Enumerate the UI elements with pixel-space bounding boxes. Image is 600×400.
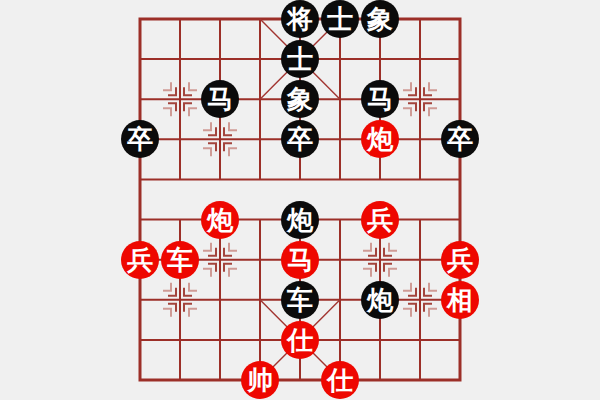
piece-black-cannon[interactable]: 炮 (361, 281, 399, 319)
piece-black-elephant[interactable]: 象 (281, 80, 319, 118)
piece-black-soldier[interactable]: 卒 (441, 120, 479, 158)
pieces-layer: 将士象士马象马卒卒炮卒炮炮兵兵车马兵车炮相仕帅仕 (0, 0, 600, 400)
piece-red-cannon[interactable]: 炮 (361, 120, 399, 158)
piece-black-chariot[interactable]: 车 (281, 281, 319, 319)
piece-black-general[interactable]: 将 (281, 0, 319, 38)
piece-black-cannon[interactable]: 炮 (281, 201, 319, 239)
piece-black-advisor[interactable]: 士 (321, 0, 359, 38)
piece-red-advisor[interactable]: 仕 (281, 321, 319, 359)
piece-black-soldier[interactable]: 卒 (281, 120, 319, 158)
piece-black-horse[interactable]: 马 (201, 80, 239, 118)
piece-black-elephant[interactable]: 象 (361, 0, 399, 38)
piece-red-soldier[interactable]: 兵 (361, 201, 399, 239)
piece-black-horse[interactable]: 马 (361, 80, 399, 118)
piece-red-soldier[interactable]: 兵 (441, 241, 479, 279)
piece-red-elephant[interactable]: 相 (441, 281, 479, 319)
piece-red-advisor[interactable]: 仕 (321, 361, 359, 399)
piece-red-general[interactable]: 帅 (241, 361, 279, 399)
piece-red-horse[interactable]: 马 (281, 241, 319, 279)
piece-red-cannon[interactable]: 炮 (201, 201, 239, 239)
piece-black-soldier[interactable]: 卒 (121, 120, 159, 158)
piece-red-soldier[interactable]: 兵 (121, 241, 159, 279)
piece-red-chariot[interactable]: 车 (161, 241, 199, 279)
piece-black-advisor[interactable]: 士 (281, 40, 319, 78)
xiangqi-screen: 将士象士马象马卒卒炮卒炮炮兵兵车马兵车炮相仕帅仕 (0, 0, 600, 400)
